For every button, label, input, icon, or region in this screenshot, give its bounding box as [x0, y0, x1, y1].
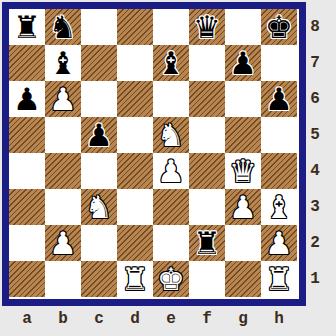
square-a5[interactable]	[9, 117, 45, 153]
white-bishop[interactable]: ♝	[261, 189, 297, 225]
square-b5[interactable]	[45, 117, 81, 153]
square-e8[interactable]	[153, 9, 189, 45]
rank-label-2: 2	[304, 225, 326, 261]
square-b1[interactable]	[45, 261, 81, 297]
rank-label-3: 3	[304, 189, 326, 225]
square-c5[interactable]: ♟	[81, 117, 117, 153]
square-g7[interactable]: ♟	[225, 45, 261, 81]
square-f3[interactable]	[189, 189, 225, 225]
square-a4[interactable]	[9, 153, 45, 189]
square-e2[interactable]	[153, 225, 189, 261]
file-label-c: c	[81, 306, 117, 332]
black-rook[interactable]: ♜	[9, 9, 45, 45]
square-h8[interactable]: ♚	[261, 9, 297, 45]
square-b2[interactable]: ♟	[45, 225, 81, 261]
square-f5[interactable]	[189, 117, 225, 153]
rank-label-7: 7	[304, 45, 326, 81]
square-d8[interactable]	[117, 9, 153, 45]
black-pawn[interactable]: ♟	[261, 81, 297, 117]
square-f6[interactable]	[189, 81, 225, 117]
square-c1[interactable]	[81, 261, 117, 297]
square-b8[interactable]: ♞	[45, 9, 81, 45]
file-label-g: g	[225, 306, 261, 332]
square-d3[interactable]	[117, 189, 153, 225]
square-a6[interactable]: ♟	[9, 81, 45, 117]
square-f4[interactable]	[189, 153, 225, 189]
square-g3[interactable]: ♟	[225, 189, 261, 225]
square-d6[interactable]	[117, 81, 153, 117]
square-a7[interactable]	[9, 45, 45, 81]
square-e6[interactable]	[153, 81, 189, 117]
rank-label-4: 4	[304, 153, 326, 189]
square-f1[interactable]	[189, 261, 225, 297]
square-a3[interactable]	[9, 189, 45, 225]
square-c4[interactable]	[81, 153, 117, 189]
rank-label-6: 6	[304, 81, 326, 117]
rank-label-1: 1	[304, 261, 326, 297]
square-d4[interactable]	[117, 153, 153, 189]
white-pawn[interactable]: ♟	[45, 81, 81, 117]
square-a1[interactable]	[9, 261, 45, 297]
square-e4[interactable]: ♟	[153, 153, 189, 189]
square-f7[interactable]	[189, 45, 225, 81]
square-h1[interactable]: ♜	[261, 261, 297, 297]
white-knight[interactable]: ♞	[153, 117, 189, 153]
square-e7[interactable]: ♝	[153, 45, 189, 81]
square-b4[interactable]	[45, 153, 81, 189]
black-bishop[interactable]: ♝	[153, 45, 189, 81]
white-rook[interactable]: ♜	[117, 261, 153, 297]
black-rook[interactable]: ♜	[189, 225, 225, 261]
black-pawn[interactable]: ♟	[81, 117, 117, 153]
white-pawn[interactable]: ♟	[261, 225, 297, 261]
square-h7[interactable]	[261, 45, 297, 81]
square-g8[interactable]	[225, 9, 261, 45]
black-knight[interactable]: ♞	[45, 9, 81, 45]
white-king[interactable]: ♚	[153, 261, 189, 297]
black-pawn[interactable]: ♟	[9, 81, 45, 117]
square-e1[interactable]: ♚	[153, 261, 189, 297]
square-h6[interactable]: ♟	[261, 81, 297, 117]
square-g5[interactable]	[225, 117, 261, 153]
square-b7[interactable]: ♝	[45, 45, 81, 81]
square-a8[interactable]: ♜	[9, 9, 45, 45]
square-c2[interactable]	[81, 225, 117, 261]
file-label-e: e	[153, 306, 189, 332]
square-d2[interactable]	[117, 225, 153, 261]
rank-labels: 87654321	[304, 9, 326, 297]
square-c3[interactable]: ♞	[81, 189, 117, 225]
square-e3[interactable]	[153, 189, 189, 225]
white-pawn[interactable]: ♟	[45, 225, 81, 261]
square-c7[interactable]	[81, 45, 117, 81]
chess-diagram: ♜♞♛♚♝♝♟♟♟♟♟♞♟♛♞♟♝♟♜♟♜♚♜ 87654321 abcdefg…	[0, 0, 336, 336]
square-e5[interactable]: ♞	[153, 117, 189, 153]
square-d5[interactable]	[117, 117, 153, 153]
square-g2[interactable]	[225, 225, 261, 261]
file-label-f: f	[189, 306, 225, 332]
square-f2[interactable]: ♜	[189, 225, 225, 261]
white-knight[interactable]: ♞	[81, 189, 117, 225]
file-label-b: b	[45, 306, 81, 332]
black-bishop[interactable]: ♝	[45, 45, 81, 81]
square-d1[interactable]: ♜	[117, 261, 153, 297]
square-g1[interactable]	[225, 261, 261, 297]
file-label-a: a	[9, 306, 45, 332]
chess-board[interactable]: ♜♞♛♚♝♝♟♟♟♟♟♞♟♛♞♟♝♟♜♟♜♚♜	[9, 9, 297, 297]
square-h3[interactable]: ♝	[261, 189, 297, 225]
square-f8[interactable]: ♛	[189, 9, 225, 45]
black-pawn[interactable]: ♟	[225, 45, 261, 81]
rank-label-5: 5	[304, 117, 326, 153]
square-d7[interactable]	[117, 45, 153, 81]
file-labels: abcdefgh	[9, 306, 297, 332]
file-label-d: d	[117, 306, 153, 332]
file-label-h: h	[261, 306, 297, 332]
square-b3[interactable]	[45, 189, 81, 225]
black-king[interactable]: ♚	[261, 9, 297, 45]
square-a2[interactable]	[9, 225, 45, 261]
square-c6[interactable]	[81, 81, 117, 117]
white-pawn[interactable]: ♟	[153, 153, 189, 189]
black-queen[interactable]: ♛	[189, 9, 225, 45]
square-c8[interactable]	[81, 9, 117, 45]
square-b6[interactable]: ♟	[45, 81, 81, 117]
white-rook[interactable]: ♜	[261, 261, 297, 297]
square-g4[interactable]: ♛	[225, 153, 261, 189]
rank-label-8: 8	[304, 9, 326, 45]
white-pawn[interactable]: ♟	[225, 189, 261, 225]
square-h4[interactable]	[261, 153, 297, 189]
board-frame: ♜♞♛♚♝♝♟♟♟♟♟♞♟♛♞♟♝♟♜♟♜♚♜	[2, 2, 306, 306]
square-h2[interactable]: ♟	[261, 225, 297, 261]
white-queen[interactable]: ♛	[225, 153, 261, 189]
square-h5[interactable]	[261, 117, 297, 153]
square-g6[interactable]	[225, 81, 261, 117]
